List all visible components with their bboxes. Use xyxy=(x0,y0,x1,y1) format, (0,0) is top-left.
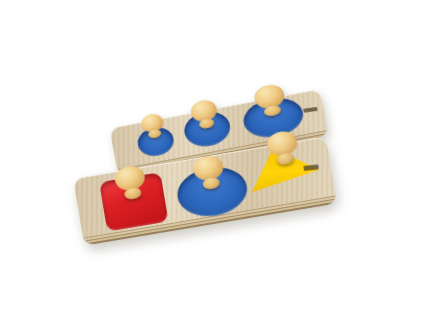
brand-stamp xyxy=(303,107,317,113)
wooden-knob-large-circle xyxy=(252,83,287,119)
wooden-knob-yellow-triangle xyxy=(265,129,300,166)
wooden-knob-blue-circle xyxy=(191,154,226,191)
wooden-knob-medium-circle xyxy=(189,98,220,130)
wooden-knob-red-square xyxy=(113,164,148,201)
wooden-knob-small-circle xyxy=(140,112,166,140)
product-photo-canvas xyxy=(0,0,423,318)
